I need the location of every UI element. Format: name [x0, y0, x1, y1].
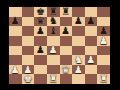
piece-black-pawn: ♟	[85, 17, 98, 27]
square-h1: ♜	[97, 74, 110, 84]
piece-black-rook: ♜	[47, 7, 60, 17]
piece-black-king: ♚	[34, 7, 47, 17]
square-g7: ♟	[85, 17, 98, 27]
square-b4	[22, 46, 35, 56]
piece-white-pawn: ♟	[22, 65, 35, 75]
square-h2	[97, 65, 110, 75]
square-a4	[9, 46, 22, 56]
square-e6: ♟	[60, 26, 73, 36]
square-g6	[85, 26, 98, 36]
piece-white-pawn: ♟	[47, 46, 60, 56]
square-b8	[22, 7, 35, 17]
square-h4	[97, 46, 110, 56]
square-d1: ♜	[47, 74, 60, 84]
square-g4	[85, 46, 98, 56]
square-e5	[60, 36, 73, 46]
piece-white-rook: ♜	[97, 74, 110, 84]
piece-black-pawn: ♟	[60, 26, 73, 36]
square-d5	[47, 36, 60, 46]
piece-white-rook: ♜	[47, 74, 60, 84]
square-c2	[34, 65, 47, 75]
square-h7	[97, 17, 110, 27]
square-f6	[72, 26, 85, 36]
square-g8	[85, 7, 98, 17]
piece-white-knight: ♞	[72, 55, 85, 65]
square-e2: ♛	[60, 65, 73, 75]
piece-white-queen: ♛	[60, 65, 73, 75]
square-d4: ♟	[47, 46, 60, 56]
square-e1	[60, 74, 73, 84]
square-f8	[72, 7, 85, 17]
square-a3	[9, 55, 22, 65]
square-a1	[9, 74, 22, 84]
piece-black-pawn: ♟	[97, 26, 110, 36]
square-c1	[34, 74, 47, 84]
square-e3	[60, 55, 73, 65]
square-b7	[22, 17, 35, 27]
square-e8: ♜	[60, 7, 73, 17]
square-d2	[47, 65, 60, 75]
square-b2: ♟	[22, 65, 35, 75]
square-c8: ♚	[34, 7, 47, 17]
square-e7	[60, 17, 73, 27]
square-f5	[72, 36, 85, 46]
square-a6	[9, 26, 22, 36]
piece-black-pawn: ♟	[34, 26, 47, 36]
video-frame: { "game": "chess", "orientation": "white…	[0, 0, 120, 90]
square-c6: ♟	[34, 26, 47, 36]
square-a7: ♟	[9, 17, 22, 27]
square-d6: ♝	[47, 26, 60, 36]
square-b1: ♚	[22, 74, 35, 84]
square-f7: ♟	[72, 17, 85, 27]
piece-black-rook: ♜	[60, 7, 73, 17]
square-a5	[9, 36, 22, 46]
square-c5	[34, 36, 47, 46]
chess-board: ♚♜♜♟♛♞♟♟♟♝♟♟♟♟♟♞♟♟♟♛♟♚♜♜	[9, 7, 110, 84]
square-f1	[72, 74, 85, 84]
square-a2: ♟	[9, 65, 22, 75]
piece-white-pawn: ♟	[9, 65, 22, 75]
piece-black-queen: ♛	[34, 17, 47, 27]
square-g3: ♟	[85, 55, 98, 65]
piece-white-pawn: ♟	[72, 65, 85, 75]
piece-white-pawn: ♟	[85, 55, 98, 65]
square-h6: ♟	[97, 26, 110, 36]
square-d3	[47, 55, 60, 65]
square-c3	[34, 55, 47, 65]
square-h8	[97, 7, 110, 17]
piece-black-pawn: ♟	[34, 46, 47, 56]
piece-white-king: ♚	[22, 74, 35, 84]
piece-black-pawn: ♟	[9, 17, 22, 27]
square-b6	[22, 26, 35, 36]
square-d8: ♜	[47, 7, 60, 17]
square-f2: ♟	[72, 65, 85, 75]
square-g5	[85, 36, 98, 46]
square-f4	[72, 46, 85, 56]
square-g2	[85, 65, 98, 75]
square-g1	[85, 74, 98, 84]
piece-black-knight: ♞	[47, 17, 60, 27]
square-h5: ♟	[97, 36, 110, 46]
square-c7: ♛	[34, 17, 47, 27]
piece-black-pawn: ♟	[72, 17, 85, 27]
piece-white-pawn: ♟	[97, 36, 110, 46]
piece-black-bishop: ♝	[47, 26, 60, 36]
square-f3: ♞	[72, 55, 85, 65]
square-h3	[97, 55, 110, 65]
square-d7: ♞	[47, 17, 60, 27]
square-b5	[22, 36, 35, 46]
square-c4: ♟	[34, 46, 47, 56]
square-e4	[60, 46, 73, 56]
square-a8	[9, 7, 22, 17]
square-b3	[22, 55, 35, 65]
